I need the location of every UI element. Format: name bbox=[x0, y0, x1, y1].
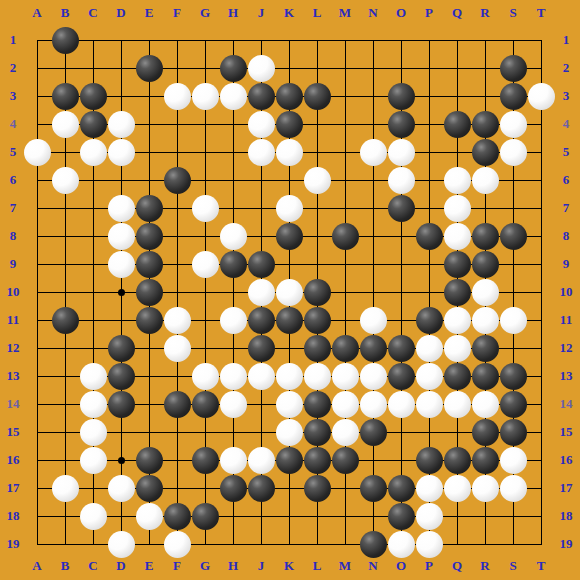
stone-black bbox=[500, 223, 527, 250]
column-label-top: A bbox=[28, 5, 46, 21]
column-label-top: J bbox=[252, 5, 270, 21]
stone-white bbox=[108, 223, 135, 250]
column-label-bottom: R bbox=[476, 558, 494, 574]
stone-black bbox=[136, 307, 163, 334]
stone-white bbox=[360, 139, 387, 166]
stone-black bbox=[248, 335, 275, 362]
stone-white bbox=[332, 391, 359, 418]
stone-white bbox=[108, 251, 135, 278]
stone-white bbox=[80, 503, 107, 530]
row-label-right: 8 bbox=[557, 228, 575, 244]
stone-black bbox=[52, 83, 79, 110]
row-label-right: 18 bbox=[557, 508, 575, 524]
stone-black bbox=[136, 447, 163, 474]
row-label-right: 5 bbox=[557, 144, 575, 160]
row-label-left: 2 bbox=[4, 60, 22, 76]
row-label-left: 16 bbox=[4, 452, 22, 468]
stone-white bbox=[388, 531, 415, 558]
stone-white bbox=[388, 167, 415, 194]
stone-white bbox=[164, 83, 191, 110]
stone-white bbox=[80, 391, 107, 418]
column-label-bottom: F bbox=[168, 558, 186, 574]
stone-white bbox=[80, 419, 107, 446]
column-label-bottom: C bbox=[84, 558, 102, 574]
stone-white bbox=[444, 167, 471, 194]
column-label-top: M bbox=[336, 5, 354, 21]
stone-black bbox=[500, 419, 527, 446]
stone-white bbox=[192, 251, 219, 278]
stone-black bbox=[52, 27, 79, 54]
stone-black bbox=[248, 251, 275, 278]
stone-white bbox=[276, 279, 303, 306]
stone-white bbox=[220, 83, 247, 110]
stone-black bbox=[304, 307, 331, 334]
stone-black bbox=[360, 531, 387, 558]
stone-black bbox=[136, 55, 163, 82]
stone-white bbox=[220, 307, 247, 334]
stone-white bbox=[164, 531, 191, 558]
stone-white bbox=[416, 363, 443, 390]
stone-white bbox=[500, 139, 527, 166]
stone-black bbox=[304, 335, 331, 362]
stone-white bbox=[52, 167, 79, 194]
stone-black bbox=[248, 307, 275, 334]
stone-white bbox=[80, 139, 107, 166]
row-label-right: 12 bbox=[557, 340, 575, 356]
stone-black bbox=[472, 251, 499, 278]
stone-black bbox=[304, 419, 331, 446]
row-label-left: 3 bbox=[4, 88, 22, 104]
stone-black bbox=[416, 307, 443, 334]
row-label-left: 11 bbox=[4, 312, 22, 328]
stone-white bbox=[416, 335, 443, 362]
row-label-right: 13 bbox=[557, 368, 575, 384]
hoshi-dot bbox=[118, 457, 125, 464]
row-label-left: 6 bbox=[4, 172, 22, 188]
row-label-right: 3 bbox=[557, 88, 575, 104]
stone-black bbox=[304, 391, 331, 418]
stone-white bbox=[444, 195, 471, 222]
stone-white bbox=[192, 363, 219, 390]
stone-white bbox=[248, 447, 275, 474]
stone-white bbox=[444, 391, 471, 418]
stone-black bbox=[472, 363, 499, 390]
column-label-bottom: G bbox=[196, 558, 214, 574]
grid-line-vertical bbox=[373, 40, 374, 545]
stone-white bbox=[192, 83, 219, 110]
row-label-right: 6 bbox=[557, 172, 575, 188]
stone-white bbox=[276, 419, 303, 446]
stone-white bbox=[220, 363, 247, 390]
stone-white bbox=[192, 195, 219, 222]
column-label-top: B bbox=[56, 5, 74, 21]
stone-black bbox=[304, 279, 331, 306]
row-label-left: 17 bbox=[4, 480, 22, 496]
row-label-left: 4 bbox=[4, 116, 22, 132]
stone-black bbox=[80, 111, 107, 138]
row-label-left: 12 bbox=[4, 340, 22, 356]
stone-black bbox=[136, 279, 163, 306]
stone-black bbox=[108, 391, 135, 418]
stone-black bbox=[276, 447, 303, 474]
grid-line-vertical bbox=[541, 40, 542, 545]
column-label-top: O bbox=[392, 5, 410, 21]
column-label-bottom: J bbox=[252, 558, 270, 574]
row-label-left: 18 bbox=[4, 508, 22, 524]
column-label-bottom: E bbox=[140, 558, 158, 574]
column-label-top: P bbox=[420, 5, 438, 21]
stone-black bbox=[444, 363, 471, 390]
stone-black bbox=[360, 335, 387, 362]
stone-black bbox=[388, 335, 415, 362]
stone-black bbox=[276, 83, 303, 110]
stone-black bbox=[164, 167, 191, 194]
row-label-right: 2 bbox=[557, 60, 575, 76]
stone-white bbox=[220, 447, 247, 474]
stone-black bbox=[136, 223, 163, 250]
row-label-left: 7 bbox=[4, 200, 22, 216]
stone-white bbox=[108, 475, 135, 502]
column-label-bottom: L bbox=[308, 558, 326, 574]
stone-black bbox=[80, 83, 107, 110]
stone-white bbox=[416, 475, 443, 502]
row-label-left: 8 bbox=[4, 228, 22, 244]
column-label-top: T bbox=[532, 5, 550, 21]
stone-black bbox=[304, 83, 331, 110]
stone-black bbox=[472, 447, 499, 474]
column-label-top: K bbox=[280, 5, 298, 21]
row-label-left: 15 bbox=[4, 424, 22, 440]
stone-white bbox=[248, 279, 275, 306]
column-label-top: N bbox=[364, 5, 382, 21]
stone-black bbox=[276, 223, 303, 250]
stone-black bbox=[444, 111, 471, 138]
stone-black bbox=[444, 251, 471, 278]
stone-white bbox=[80, 363, 107, 390]
stone-white bbox=[164, 307, 191, 334]
stone-black bbox=[360, 475, 387, 502]
row-label-right: 1 bbox=[557, 32, 575, 48]
stone-white bbox=[444, 335, 471, 362]
stone-white bbox=[52, 475, 79, 502]
row-label-right: 14 bbox=[557, 396, 575, 412]
stone-white bbox=[444, 223, 471, 250]
stone-black bbox=[416, 447, 443, 474]
stone-white bbox=[108, 139, 135, 166]
stone-black bbox=[388, 195, 415, 222]
stone-white bbox=[136, 503, 163, 530]
stone-white bbox=[52, 111, 79, 138]
stone-black bbox=[220, 475, 247, 502]
stone-white bbox=[108, 195, 135, 222]
column-label-bottom: H bbox=[224, 558, 242, 574]
stone-black bbox=[108, 335, 135, 362]
stone-black bbox=[108, 363, 135, 390]
stone-black bbox=[388, 83, 415, 110]
column-label-bottom: B bbox=[56, 558, 74, 574]
stone-black bbox=[332, 447, 359, 474]
stone-white bbox=[248, 139, 275, 166]
stone-black bbox=[472, 419, 499, 446]
stone-black bbox=[304, 475, 331, 502]
stone-black bbox=[220, 251, 247, 278]
stone-white bbox=[220, 223, 247, 250]
stone-black bbox=[388, 111, 415, 138]
stone-black bbox=[136, 475, 163, 502]
stone-white bbox=[388, 391, 415, 418]
stone-black bbox=[416, 223, 443, 250]
column-label-top: R bbox=[476, 5, 494, 21]
stone-white bbox=[276, 391, 303, 418]
stone-white bbox=[80, 447, 107, 474]
stone-white bbox=[500, 475, 527, 502]
stone-white bbox=[276, 195, 303, 222]
stone-black bbox=[164, 503, 191, 530]
row-label-right: 16 bbox=[557, 452, 575, 468]
stone-black bbox=[360, 419, 387, 446]
stone-white bbox=[416, 531, 443, 558]
hoshi-dot bbox=[118, 289, 125, 296]
row-label-right: 11 bbox=[557, 312, 575, 328]
stone-white bbox=[220, 391, 247, 418]
stone-white bbox=[276, 363, 303, 390]
row-label-right: 17 bbox=[557, 480, 575, 496]
column-label-top: G bbox=[196, 5, 214, 21]
stone-white bbox=[500, 307, 527, 334]
stone-black bbox=[500, 391, 527, 418]
column-label-top: E bbox=[140, 5, 158, 21]
column-label-bottom: O bbox=[392, 558, 410, 574]
stone-white bbox=[360, 307, 387, 334]
stone-black bbox=[500, 363, 527, 390]
stone-white bbox=[500, 447, 527, 474]
stone-white bbox=[472, 279, 499, 306]
stone-black bbox=[192, 391, 219, 418]
stone-black bbox=[220, 55, 247, 82]
row-label-right: 19 bbox=[557, 536, 575, 552]
stone-white bbox=[472, 307, 499, 334]
stone-black bbox=[248, 83, 275, 110]
stone-white bbox=[528, 83, 555, 110]
stone-white bbox=[304, 167, 331, 194]
column-label-top: L bbox=[308, 5, 326, 21]
stone-black bbox=[136, 251, 163, 278]
stone-black bbox=[332, 223, 359, 250]
grid-line-horizontal bbox=[37, 516, 542, 517]
row-label-right: 15 bbox=[557, 424, 575, 440]
column-label-top: F bbox=[168, 5, 186, 21]
stone-white bbox=[276, 139, 303, 166]
stone-white bbox=[248, 363, 275, 390]
stone-black bbox=[52, 307, 79, 334]
row-label-left: 1 bbox=[4, 32, 22, 48]
column-label-top: Q bbox=[448, 5, 466, 21]
row-label-right: 10 bbox=[557, 284, 575, 300]
row-label-left: 13 bbox=[4, 368, 22, 384]
stone-white bbox=[304, 363, 331, 390]
row-label-left: 14 bbox=[4, 396, 22, 412]
stone-white bbox=[108, 531, 135, 558]
column-label-bottom: S bbox=[504, 558, 522, 574]
stone-white bbox=[416, 391, 443, 418]
column-label-bottom: P bbox=[420, 558, 438, 574]
stone-black bbox=[304, 447, 331, 474]
stone-white bbox=[360, 363, 387, 390]
stone-black bbox=[192, 447, 219, 474]
stone-white bbox=[472, 391, 499, 418]
stone-black bbox=[136, 195, 163, 222]
stone-white bbox=[388, 139, 415, 166]
stone-black bbox=[500, 55, 527, 82]
row-label-left: 19 bbox=[4, 536, 22, 552]
stone-black bbox=[248, 475, 275, 502]
stone-black bbox=[276, 307, 303, 334]
go-board[interactable]: AABBCCDDEEFFGGHHJJKKLLMMNNOOPPQQRRSSTT11… bbox=[0, 0, 580, 580]
stone-black bbox=[472, 335, 499, 362]
stone-black bbox=[472, 139, 499, 166]
stone-black bbox=[388, 475, 415, 502]
stone-white bbox=[472, 167, 499, 194]
stone-white bbox=[332, 419, 359, 446]
column-label-bottom: D bbox=[112, 558, 130, 574]
stone-white bbox=[472, 475, 499, 502]
stone-white bbox=[416, 503, 443, 530]
row-label-left: 10 bbox=[4, 284, 22, 300]
stone-white bbox=[24, 139, 51, 166]
stone-white bbox=[248, 55, 275, 82]
stone-white bbox=[360, 391, 387, 418]
column-label-bottom: A bbox=[28, 558, 46, 574]
stone-white bbox=[248, 111, 275, 138]
column-label-bottom: N bbox=[364, 558, 382, 574]
stone-black bbox=[192, 503, 219, 530]
stone-black bbox=[472, 111, 499, 138]
column-label-bottom: K bbox=[280, 558, 298, 574]
row-label-left: 5 bbox=[4, 144, 22, 160]
stone-black bbox=[388, 363, 415, 390]
row-label-left: 9 bbox=[4, 256, 22, 272]
stone-black bbox=[444, 447, 471, 474]
stone-white bbox=[500, 111, 527, 138]
stone-white bbox=[444, 475, 471, 502]
column-label-top: S bbox=[504, 5, 522, 21]
stone-black bbox=[164, 391, 191, 418]
column-label-top: D bbox=[112, 5, 130, 21]
stone-black bbox=[444, 279, 471, 306]
stone-white bbox=[108, 111, 135, 138]
stone-black bbox=[388, 503, 415, 530]
column-label-bottom: Q bbox=[448, 558, 466, 574]
stone-black bbox=[276, 111, 303, 138]
column-label-top: H bbox=[224, 5, 242, 21]
row-label-right: 9 bbox=[557, 256, 575, 272]
column-label-top: C bbox=[84, 5, 102, 21]
stone-white bbox=[164, 335, 191, 362]
stone-black bbox=[500, 83, 527, 110]
stone-white bbox=[332, 363, 359, 390]
column-label-bottom: M bbox=[336, 558, 354, 574]
stone-white bbox=[444, 307, 471, 334]
row-label-right: 4 bbox=[557, 116, 575, 132]
stone-black bbox=[472, 223, 499, 250]
row-label-right: 7 bbox=[557, 200, 575, 216]
column-label-bottom: T bbox=[532, 558, 550, 574]
stone-black bbox=[332, 335, 359, 362]
